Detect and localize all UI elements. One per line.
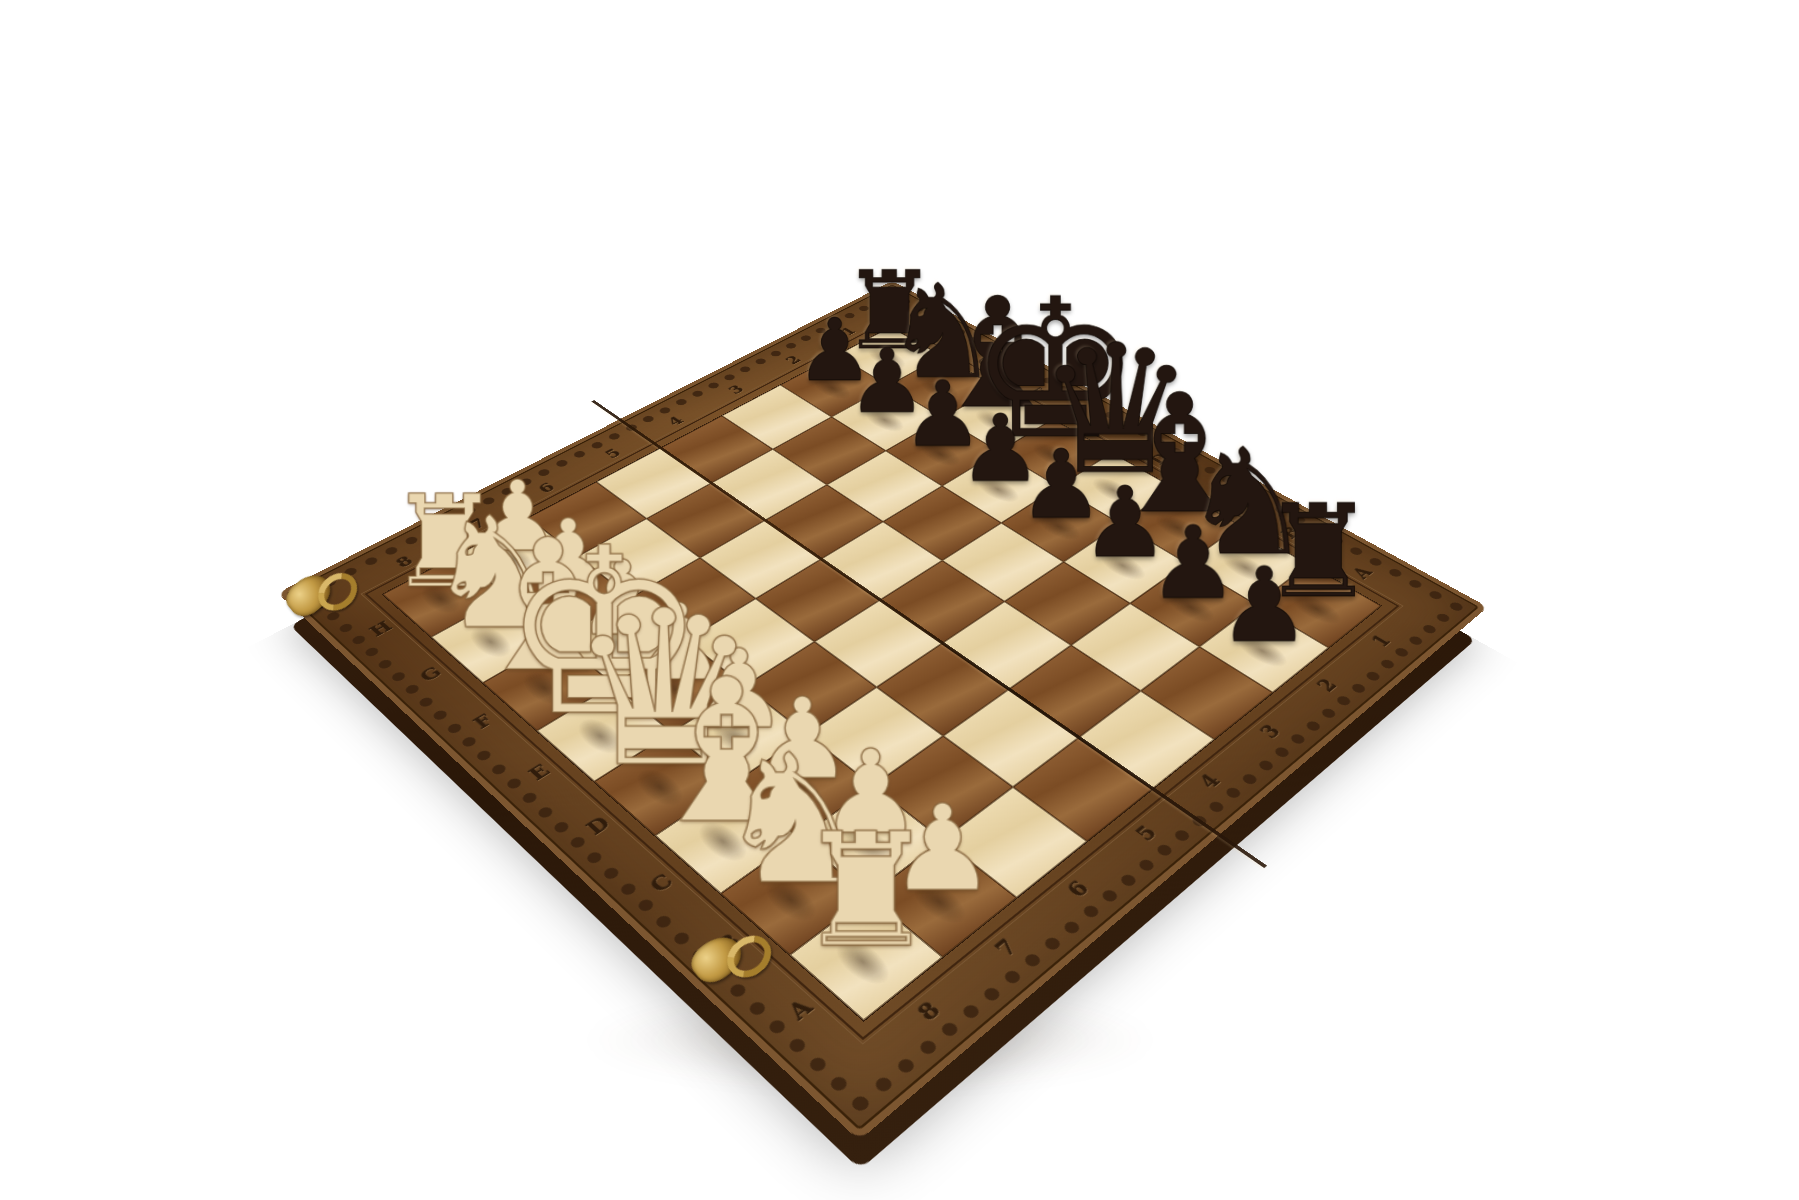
chess-board: HGFEDCBA HGFEDCBA 12345678 12345678 ♜♞♝♚…: [278, 281, 1488, 1141]
pawn-icon: ♟: [1218, 558, 1310, 653]
board-frame: HGFEDCBA HGFEDCBA 12345678 12345678 ♜♞♝♚…: [278, 281, 1488, 1141]
photo-scene: HGFEDCBA HGFEDCBA 12345678 12345678 ♜♞♝♚…: [0, 0, 1799, 1200]
board-squares: ♜♞♝♚♛♝♞♜♟♟♟♟♟♟♟♟♟♟♟♟♟♟♟♟♜♞♝♚♛♝♞♜: [381, 326, 1382, 1022]
rook-icon: ♜: [796, 819, 937, 964]
